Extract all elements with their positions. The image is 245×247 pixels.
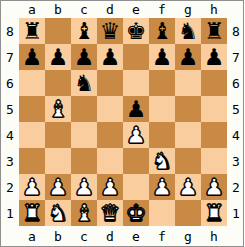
rank-label-6: 6 xyxy=(1,70,19,96)
square-f5[interactable] xyxy=(149,96,175,122)
rank-label-5: 5 xyxy=(227,96,245,122)
rank-label-2: 2 xyxy=(1,174,19,200)
white-pawn-c2[interactable]: ♟ xyxy=(71,174,97,200)
square-c4[interactable] xyxy=(71,122,97,148)
file-label-b: b xyxy=(45,1,71,18)
square-g8[interactable]: ♞ xyxy=(175,18,201,44)
rank-labels-left: 87654321 xyxy=(1,18,19,226)
rank-label-8: 8 xyxy=(227,18,245,44)
black-queen-d8[interactable]: ♛ xyxy=(97,18,123,44)
square-g4[interactable] xyxy=(175,122,201,148)
square-d7[interactable]: ♟ xyxy=(97,44,123,70)
black-pawn-a7[interactable]: ♟ xyxy=(19,44,45,70)
square-f2[interactable]: ♟ xyxy=(149,174,175,200)
file-label-d: d xyxy=(97,226,123,247)
rank-label-8: 8 xyxy=(1,18,19,44)
square-f7[interactable]: ♟ xyxy=(149,44,175,70)
white-pawn-h2[interactable]: ♟ xyxy=(201,174,227,200)
square-d4[interactable] xyxy=(97,122,123,148)
square-h6[interactable] xyxy=(201,70,227,96)
file-label-a: a xyxy=(19,1,45,18)
square-c6[interactable]: ♞ xyxy=(71,70,97,96)
square-e6[interactable] xyxy=(123,70,149,96)
square-e4[interactable]: ♟ xyxy=(123,122,149,148)
black-pawn-d7[interactable]: ♟ xyxy=(97,44,123,70)
square-e1[interactable]: ♚ xyxy=(123,200,149,226)
square-c2[interactable]: ♟ xyxy=(71,174,97,200)
white-knight-f3[interactable]: ♞ xyxy=(149,148,175,174)
square-d1[interactable]: ♛ xyxy=(97,200,123,226)
white-knight-b1[interactable]: ♞ xyxy=(45,200,71,226)
square-d2[interactable]: ♟ xyxy=(97,174,123,200)
rank-label-1: 1 xyxy=(227,200,245,226)
square-a3[interactable] xyxy=(19,148,45,174)
square-b2[interactable]: ♟ xyxy=(45,174,71,200)
square-b1[interactable]: ♞ xyxy=(45,200,71,226)
black-bishop-f8[interactable]: ♝ xyxy=(149,18,175,44)
white-pawn-a2[interactable]: ♟ xyxy=(19,174,45,200)
square-b3[interactable] xyxy=(45,148,71,174)
square-h8[interactable]: ♜ xyxy=(201,18,227,44)
black-knight-g8[interactable]: ♞ xyxy=(175,18,201,44)
black-pawn-b7[interactable]: ♟ xyxy=(45,44,71,70)
file-label-c: c xyxy=(71,1,97,18)
square-c3[interactable] xyxy=(71,148,97,174)
square-e7[interactable] xyxy=(123,44,149,70)
file-label-e: e xyxy=(123,1,149,18)
rank-label-7: 7 xyxy=(227,44,245,70)
rank-label-4: 4 xyxy=(227,122,245,148)
black-rook-a8[interactable]: ♜ xyxy=(19,18,45,44)
square-e5[interactable]: ♟ xyxy=(123,96,149,122)
rank-label-4: 4 xyxy=(1,122,19,148)
black-bishop-c8[interactable]: ♝ xyxy=(71,18,97,44)
square-a4[interactable] xyxy=(19,122,45,148)
black-pawn-f7[interactable]: ♟ xyxy=(149,44,175,70)
square-h1[interactable]: ♜ xyxy=(201,200,227,226)
square-d5[interactable] xyxy=(97,96,123,122)
file-labels-bottom: abcdefgh xyxy=(19,226,227,247)
square-b5[interactable]: ♝ xyxy=(45,96,71,122)
file-label-h: h xyxy=(201,226,227,247)
square-g6[interactable] xyxy=(175,70,201,96)
square-g7[interactable]: ♟ xyxy=(175,44,201,70)
square-g5[interactable] xyxy=(175,96,201,122)
black-pawn-c7[interactable]: ♟ xyxy=(71,44,97,70)
square-g3[interactable] xyxy=(175,148,201,174)
square-c1[interactable]: ♝ xyxy=(71,200,97,226)
square-d8[interactable]: ♛ xyxy=(97,18,123,44)
rank-label-3: 3 xyxy=(227,148,245,174)
white-pawn-f2[interactable]: ♟ xyxy=(149,174,175,200)
black-pawn-g7[interactable]: ♟ xyxy=(175,44,201,70)
chess-board[interactable]: ♜♝♛♚♝♞♜♟♟♟♟♟♟♟♞♝♟♟♞♟♟♟♟♟♟♟♜♞♝♛♚♜ xyxy=(19,18,227,226)
rank-labels-right: 87654321 xyxy=(227,18,245,226)
white-bishop-c1[interactable]: ♝ xyxy=(71,200,97,226)
square-c5[interactable] xyxy=(71,96,97,122)
white-queen-d1[interactable]: ♛ xyxy=(97,200,123,226)
rank-label-6: 6 xyxy=(227,70,245,96)
file-labels-top: abcdefgh xyxy=(19,1,227,18)
black-rook-h8[interactable]: ♜ xyxy=(201,18,227,44)
black-pawn-e5[interactable]: ♟ xyxy=(123,96,149,122)
square-f3[interactable]: ♞ xyxy=(149,148,175,174)
square-g1[interactable] xyxy=(175,200,201,226)
square-h4[interactable] xyxy=(201,122,227,148)
square-c8[interactable]: ♝ xyxy=(71,18,97,44)
square-h5[interactable] xyxy=(201,96,227,122)
square-h3[interactable] xyxy=(201,148,227,174)
rank-label-7: 7 xyxy=(1,44,19,70)
white-rook-h1[interactable]: ♜ xyxy=(201,200,227,226)
square-g2[interactable]: ♟ xyxy=(175,174,201,200)
square-a5[interactable] xyxy=(19,96,45,122)
square-b4[interactable] xyxy=(45,122,71,148)
square-h7[interactable]: ♟ xyxy=(201,44,227,70)
square-e3[interactable] xyxy=(123,148,149,174)
square-d6[interactable] xyxy=(97,70,123,96)
square-f6[interactable] xyxy=(149,70,175,96)
square-b8[interactable] xyxy=(45,18,71,44)
square-e2[interactable] xyxy=(123,174,149,200)
white-bishop-b5[interactable]: ♝ xyxy=(45,96,71,122)
square-d3[interactable] xyxy=(97,148,123,174)
file-label-g: g xyxy=(175,1,201,18)
square-b7[interactable]: ♟ xyxy=(45,44,71,70)
file-label-h: h xyxy=(201,1,227,18)
file-label-c: c xyxy=(71,226,97,247)
white-pawn-g2[interactable]: ♟ xyxy=(175,174,201,200)
square-h2[interactable]: ♟ xyxy=(201,174,227,200)
white-pawn-b2[interactable]: ♟ xyxy=(45,174,71,200)
square-a1[interactable]: ♜ xyxy=(19,200,45,226)
square-b6[interactable] xyxy=(45,70,71,96)
file-label-b: b xyxy=(45,226,71,247)
square-a6[interactable] xyxy=(19,70,45,96)
square-e8[interactable]: ♚ xyxy=(123,18,149,44)
file-label-e: e xyxy=(123,226,149,247)
file-label-g: g xyxy=(175,226,201,247)
rank-label-1: 1 xyxy=(1,200,19,226)
square-a8[interactable]: ♜ xyxy=(19,18,45,44)
square-a2[interactable]: ♟ xyxy=(19,174,45,200)
black-knight-c6[interactable]: ♞ xyxy=(71,70,97,96)
black-king-e8[interactable]: ♚ xyxy=(123,18,149,44)
black-pawn-h7[interactable]: ♟ xyxy=(201,44,227,70)
file-label-d: d xyxy=(97,1,123,18)
white-pawn-e4[interactable]: ♟ xyxy=(123,122,149,148)
chess-diagram: abcdefgh 87654321 ♜♝♛♚♝♞♜♟♟♟♟♟♟♟♞♝♟♟♞♟♟♟… xyxy=(0,0,244,247)
file-label-a: a xyxy=(19,226,45,247)
white-rook-a1[interactable]: ♜ xyxy=(19,200,45,226)
file-label-f: f xyxy=(149,1,175,18)
rank-label-3: 3 xyxy=(1,148,19,174)
square-f4[interactable] xyxy=(149,122,175,148)
square-c7[interactable]: ♟ xyxy=(71,44,97,70)
file-label-f: f xyxy=(149,226,175,247)
rank-label-2: 2 xyxy=(227,174,245,200)
square-f1[interactable] xyxy=(149,200,175,226)
square-f8[interactable]: ♝ xyxy=(149,18,175,44)
rank-label-5: 5 xyxy=(1,96,19,122)
square-a7[interactable]: ♟ xyxy=(19,44,45,70)
white-pawn-d2[interactable]: ♟ xyxy=(97,174,123,200)
white-king-e1[interactable]: ♚ xyxy=(123,200,149,226)
